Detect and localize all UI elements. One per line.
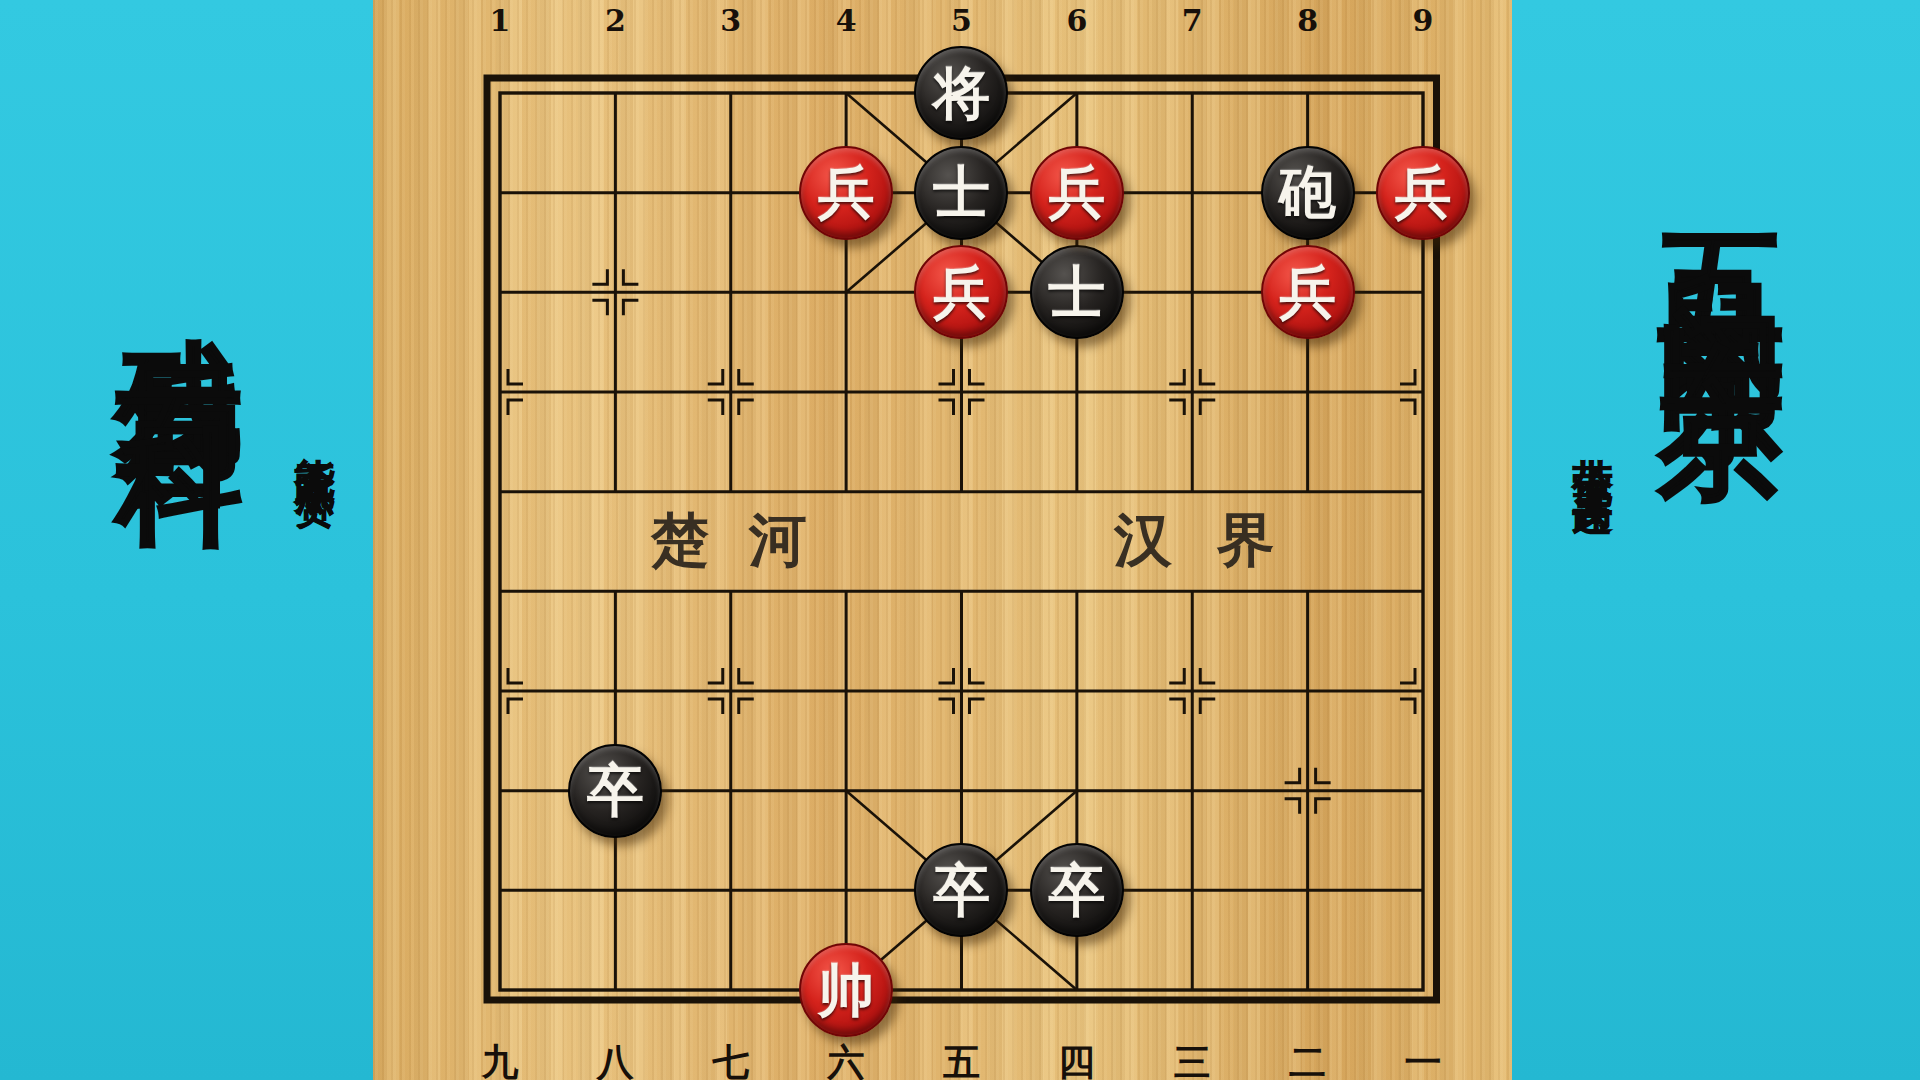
file-label-九: 九	[481, 1038, 518, 1080]
file-label-5: 5	[951, 3, 972, 38]
piece-glyph: 兵	[1279, 264, 1336, 321]
file-label-9: 9	[1413, 3, 1434, 38]
file-label-4: 4	[836, 3, 857, 38]
file-label-1: 1	[490, 3, 511, 38]
piece-glyph: 兵	[1394, 164, 1451, 221]
piece-black-cannon[interactable]: 砲	[1261, 146, 1355, 240]
piece-glyph: 士	[1048, 264, 1105, 321]
bottom-file-labels: 九八七六五四三二一	[442, 1038, 1480, 1080]
piece-glyph: 卒	[587, 762, 644, 819]
piece-black-advisor-1[interactable]: 士	[914, 146, 1008, 240]
file-label-五: 五	[943, 1038, 980, 1080]
file-label-六: 六	[828, 1038, 865, 1080]
file-label-三: 三	[1174, 1038, 1211, 1080]
piece-glyph: 砲	[1279, 164, 1336, 221]
piece-glyph: 兵	[818, 164, 875, 221]
piece-red-general[interactable]: 帅	[799, 943, 893, 1037]
piece-red-pawn-3[interactable]: 兵	[1376, 146, 1470, 240]
piece-black-soldier-3[interactable]: 卒	[1030, 843, 1124, 937]
piece-glyph: 兵	[933, 264, 990, 321]
piece-black-soldier-2[interactable]: 卒	[914, 843, 1008, 937]
right-panel-subtitle: 带俺上高速	[1573, 427, 1613, 472]
pieces-layer: 将士士砲卒卒卒兵兵兵兵兵帅	[442, 43, 1480, 1040]
file-label-3: 3	[720, 3, 741, 38]
piece-glyph: 士	[933, 164, 990, 221]
piece-red-pawn-2[interactable]: 兵	[1030, 146, 1124, 240]
piece-glyph: 将	[933, 65, 990, 122]
file-label-8: 8	[1297, 3, 1318, 38]
file-label-2: 2	[605, 3, 626, 38]
left-panel-subtitle: 能否点个赞	[295, 425, 335, 465]
piece-black-general[interactable]: 将	[914, 46, 1008, 140]
file-label-四: 四	[1058, 1038, 1095, 1080]
piece-glyph: 卒	[933, 862, 990, 919]
piece-black-advisor-2[interactable]: 士	[1030, 245, 1124, 339]
file-label-6: 6	[1066, 3, 1087, 38]
file-label-二: 二	[1289, 1038, 1326, 1080]
piece-black-soldier-1[interactable]: 卒	[568, 744, 662, 838]
piece-glyph: 帅	[818, 962, 875, 1019]
top-file-labels: 123456789	[442, 1, 1480, 39]
piece-red-pawn-4[interactable]: 兵	[914, 245, 1008, 339]
right-panel-title: 五鼠闹东京	[1659, 137, 1785, 302]
file-label-7: 7	[1182, 3, 1203, 38]
piece-glyph: 卒	[1048, 862, 1105, 919]
piece-red-pawn-1[interactable]: 兵	[799, 146, 893, 240]
file-label-一: 一	[1404, 1038, 1441, 1080]
left-panel-title: 残局百科	[117, 237, 243, 353]
file-label-七: 七	[712, 1038, 749, 1080]
piece-glyph: 兵	[1048, 164, 1105, 221]
file-label-八: 八	[597, 1038, 634, 1080]
piece-red-pawn-5[interactable]: 兵	[1261, 245, 1355, 339]
